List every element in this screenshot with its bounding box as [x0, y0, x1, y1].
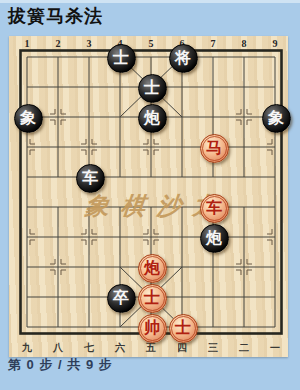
column-label-bottom: 三	[205, 341, 221, 355]
column-label-top: 5	[144, 38, 158, 49]
piece-glyph: 象	[268, 110, 284, 126]
move-counter: 第 0 步 / 共 9 步	[8, 356, 113, 374]
top-stripe	[0, 0, 300, 3]
piece-black-advisor[interactable]: 士	[138, 74, 167, 103]
column-label-bottom: 一	[267, 341, 283, 355]
piece-black-chariot[interactable]: 车	[76, 164, 105, 193]
piece-red-chariot[interactable]: 车	[200, 194, 229, 223]
piece-black-advisor[interactable]: 士	[107, 44, 136, 73]
column-label-bottom: 七	[81, 341, 97, 355]
column-label-bottom: 六	[112, 341, 128, 355]
column-label-top: 1	[20, 38, 34, 49]
column-label-bottom: 二	[236, 341, 252, 355]
column-label-top: 8	[237, 38, 251, 49]
column-label-top: 7	[206, 38, 220, 49]
piece-red-advisor[interactable]: 士	[169, 314, 198, 343]
piece-glyph: 炮	[144, 260, 160, 276]
piece-black-elephant[interactable]: 象	[262, 104, 291, 133]
piece-glyph: 士	[144, 80, 160, 96]
piece-black-cannon[interactable]: 炮	[200, 224, 229, 253]
piece-glyph: 士	[175, 320, 191, 336]
piece-black-cannon[interactable]: 炮	[138, 104, 167, 133]
piece-black-soldier[interactable]: 卒	[107, 284, 136, 313]
piece-red-cannon[interactable]: 炮	[138, 254, 167, 283]
xiangqi-board[interactable]: 123456789 象棋沙龙 士将士象炮象马车车炮炮卒士帅士 九八七六五四三二一	[9, 36, 288, 357]
column-label-bottom: 九	[19, 341, 35, 355]
piece-glyph: 士	[113, 50, 129, 66]
piece-glyph: 炮	[206, 230, 222, 246]
column-label-top: 2	[51, 38, 65, 49]
app-window: 拔簧马杀法 123456789 象棋沙龙 士将士象炮象马车车炮炮卒士帅士 九八七…	[0, 0, 300, 390]
column-label-bottom: 五	[143, 341, 159, 355]
piece-red-general[interactable]: 帅	[138, 314, 167, 343]
piece-glyph: 帅	[144, 320, 160, 336]
page-title: 拔簧马杀法	[8, 4, 103, 28]
column-label-bottom: 八	[50, 341, 66, 355]
column-label-top: 3	[82, 38, 96, 49]
piece-black-elephant[interactable]: 象	[14, 104, 43, 133]
piece-glyph: 卒	[113, 290, 129, 306]
piece-red-horse[interactable]: 马	[200, 134, 229, 163]
piece-black-general[interactable]: 将	[169, 44, 198, 73]
piece-red-advisor[interactable]: 士	[138, 284, 167, 313]
piece-glyph: 将	[175, 50, 191, 66]
piece-glyph: 车	[82, 170, 98, 186]
column-label-top: 9	[268, 38, 282, 49]
piece-glyph: 车	[206, 200, 222, 216]
column-label-bottom: 四	[174, 341, 190, 355]
piece-glyph: 士	[144, 290, 160, 306]
piece-glyph: 象	[20, 110, 36, 126]
piece-glyph: 炮	[144, 110, 160, 126]
piece-glyph: 马	[206, 140, 222, 156]
